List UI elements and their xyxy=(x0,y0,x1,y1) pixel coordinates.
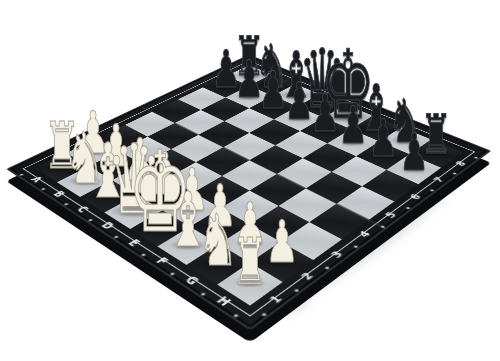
piece-white-rook-h1[interactable]: ♜ xyxy=(221,230,279,294)
chess-set-photo: ABCDEFGH 12345678 ♜♞♝♛♚♝♞♜♟♟♟♟♟♟♟♟♟♟♟♟♟♟… xyxy=(0,0,500,361)
black-pawn-icon: ♟ xyxy=(399,126,429,178)
white-rook-icon: ♜ xyxy=(232,230,269,294)
piece-black-pawn-h7[interactable]: ♟ xyxy=(391,126,437,178)
pieces-layer: ♜♞♝♛♚♝♞♜♟♟♟♟♟♟♟♟♟♟♟♟♟♟♟♟♜♞♝♛♚♝♞♜ xyxy=(0,0,500,361)
